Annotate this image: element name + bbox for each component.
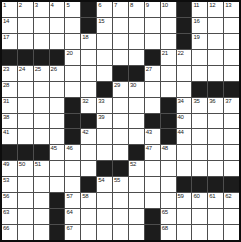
white-cell-r13c3[interactable] [34,193,49,208]
clue-number-13: 13 [225,2,231,9]
white-cell-r14c5[interactable]: 64 [65,209,80,224]
black-cell-r12c13 [192,177,207,192]
clue-number-65: 65 [162,209,168,216]
white-cell-r9c4[interactable] [50,129,65,144]
black-cell-r15c4 [50,225,65,240]
black-cell-r6c7 [97,82,112,97]
white-cell-r1c7[interactable]: 6 [97,2,112,17]
clue-number-60: 60 [193,193,199,200]
clue-number-2: 2 [19,2,22,9]
white-cell-r2c2[interactable] [18,18,33,33]
white-cell-r5c6[interactable] [81,66,96,81]
clue-number-34: 34 [178,98,184,105]
white-cell-r6c12[interactable] [177,82,192,97]
white-cell-r2c15[interactable] [224,18,239,33]
white-cell-r9c10[interactable]: 43 [145,129,160,144]
white-cell-r8c13[interactable] [192,114,207,129]
clue-number-44: 44 [178,129,184,136]
black-cell-r6c14 [208,82,223,97]
white-cell-r5c1[interactable]: 23 [2,66,17,81]
black-cell-r2c6 [81,18,96,33]
clue-number-8: 8 [130,2,133,9]
white-cell-r1c11[interactable]: 10 [161,2,176,17]
white-cell-r4c12[interactable]: 22 [177,50,192,65]
white-cell-r15c11[interactable]: 68 [161,225,176,240]
white-cell-r14c14[interactable] [208,209,223,224]
white-cell-r1c1[interactable]: 1 [2,2,17,17]
white-cell-r2c10[interactable] [145,18,160,33]
white-cell-r11c12[interactable] [177,161,192,176]
white-cell-r10c12[interactable] [177,145,192,160]
black-cell-r12c6 [81,177,96,192]
clue-number-28: 28 [3,82,9,89]
white-cell-r7c13[interactable]: 35 [192,98,207,113]
black-cell-r8c11 [161,114,176,129]
white-cell-r7c15[interactable]: 37 [224,98,239,113]
white-cell-r2c5[interactable] [65,18,80,33]
clue-number-22: 22 [178,50,184,57]
clue-number-51: 51 [35,161,41,168]
black-cell-r10c2 [18,145,33,160]
white-cell-r12c9[interactable] [129,177,144,192]
white-cell-r5c13[interactable] [192,66,207,81]
crossword-grid: 1234567891011121314151617181920212223242… [0,0,241,242]
white-cell-r12c5[interactable] [65,177,80,192]
white-cell-r13c13[interactable]: 60 [192,193,207,208]
white-cell-r9c15[interactable] [224,129,239,144]
white-cell-r8c1[interactable]: 38 [2,114,17,129]
white-cell-r13c9[interactable] [129,193,144,208]
clue-number-41: 41 [3,129,9,136]
white-cell-r9c13[interactable] [192,129,207,144]
white-cell-r14c15[interactable] [224,209,239,224]
white-cell-r13c8[interactable] [113,193,128,208]
clue-number-61: 61 [209,193,215,200]
white-cell-r9c9[interactable] [129,129,144,144]
black-cell-r10c1 [2,145,17,160]
clue-number-6: 6 [98,2,101,9]
black-cell-r11c7 [97,161,112,176]
white-cell-r15c7[interactable] [97,225,112,240]
black-cell-r1c12 [177,2,192,17]
black-cell-r15c10 [145,225,160,240]
clue-number-21: 21 [162,50,168,57]
white-cell-r7c1[interactable]: 31 [2,98,17,113]
clue-number-43: 43 [146,129,152,136]
white-cell-r15c8[interactable] [113,225,128,240]
white-cell-r7c12[interactable]: 34 [177,98,192,113]
white-cell-r2c4[interactable] [50,18,65,33]
white-cell-r2c13[interactable]: 16 [192,18,207,33]
white-cell-r15c1[interactable]: 66 [2,225,17,240]
white-cell-r5c5[interactable] [65,66,80,81]
black-cell-r9c11 [161,129,176,144]
white-cell-r6c9[interactable]: 30 [129,82,144,97]
black-cell-r4c3 [34,50,49,65]
clue-number-52: 52 [130,161,136,168]
white-cell-r15c13[interactable] [192,225,207,240]
black-cell-r5c8 [113,66,128,81]
white-cell-r13c6[interactable]: 58 [81,193,96,208]
white-cell-r15c12[interactable] [177,225,192,240]
white-cell-r11c15[interactable] [224,161,239,176]
black-cell-r10c9 [129,145,144,160]
clue-number-40: 40 [178,114,184,121]
white-cell-r11c11[interactable] [161,161,176,176]
white-cell-r10c15[interactable] [224,145,239,160]
clue-number-10: 10 [162,2,168,9]
clue-number-25: 25 [35,66,41,73]
white-cell-r15c14[interactable] [208,225,223,240]
black-cell-r12c12 [177,177,192,192]
white-cell-r2c14[interactable] [208,18,223,33]
white-cell-r1c13[interactable]: 11 [192,2,207,17]
white-cell-r2c9[interactable] [129,18,144,33]
white-cell-r10c6[interactable] [81,145,96,160]
white-cell-r11c10[interactable] [145,161,160,176]
clue-number-24: 24 [19,66,25,73]
white-cell-r11c2[interactable]: 50 [18,161,33,176]
clue-number-18: 18 [82,34,88,41]
white-cell-r14c6[interactable] [81,209,96,224]
clue-number-31: 31 [3,98,9,105]
white-cell-r5c3[interactable]: 25 [34,66,49,81]
white-cell-r5c15[interactable] [224,66,239,81]
white-cell-r1c8[interactable]: 7 [113,2,128,17]
white-cell-r10c7[interactable] [97,145,112,160]
black-cell-r12c15 [224,177,239,192]
white-cell-r13c14[interactable]: 61 [208,193,223,208]
clue-number-33: 33 [98,98,104,105]
white-cell-r4c13[interactable] [192,50,207,65]
clue-number-32: 32 [82,98,88,105]
white-cell-r9c6[interactable]: 42 [81,129,96,144]
clue-number-15: 15 [98,18,104,25]
clue-number-57: 57 [66,193,72,200]
white-cell-r3c10[interactable] [145,34,160,49]
clue-number-59: 59 [178,193,184,200]
white-cell-r15c2[interactable] [18,225,33,240]
black-cell-r14c10 [145,209,160,224]
white-cell-r3c13[interactable]: 19 [192,34,207,49]
white-cell-r13c7[interactable] [97,193,112,208]
white-cell-r6c11[interactable] [161,82,176,97]
white-cell-r5c11[interactable] [161,66,176,81]
white-cell-r2c1[interactable]: 14 [2,18,17,33]
white-cell-r9c1[interactable]: 41 [2,129,17,144]
white-cell-r12c1[interactable]: 53 [2,177,17,192]
white-cell-r15c5[interactable]: 67 [65,225,80,240]
white-cell-r13c12[interactable]: 59 [177,193,192,208]
white-cell-r9c14[interactable] [208,129,223,144]
clue-number-27: 27 [146,66,152,73]
clue-number-55: 55 [114,177,120,184]
black-cell-r8c5 [65,114,80,129]
black-cell-r14c4 [50,209,65,224]
white-cell-r3c3[interactable] [34,34,49,49]
clue-number-53: 53 [3,177,9,184]
black-cell-r4c10 [145,50,160,65]
white-cell-r10c13[interactable] [192,145,207,160]
white-cell-r15c9[interactable] [129,225,144,240]
white-cell-r1c4[interactable]: 4 [50,2,65,17]
white-cell-r5c7[interactable] [97,66,112,81]
white-cell-r6c3[interactable] [34,82,49,97]
white-cell-r12c2[interactable] [18,177,33,192]
clue-number-48: 48 [162,145,168,152]
white-cell-r2c11[interactable] [161,18,176,33]
clue-number-50: 50 [19,161,25,168]
white-cell-r12c8[interactable]: 55 [113,177,128,192]
white-cell-r6c1[interactable]: 28 [2,82,17,97]
white-cell-r7c6[interactable]: 32 [81,98,96,113]
black-cell-r4c1 [2,50,17,65]
clue-number-62: 62 [225,193,231,200]
white-cell-r3c7[interactable] [97,34,112,49]
clue-number-46: 46 [66,145,72,152]
white-cell-r5c4[interactable]: 26 [50,66,65,81]
white-cell-r2c3[interactable] [34,18,49,33]
white-cell-r9c2[interactable] [18,129,33,144]
clue-number-38: 38 [3,114,9,121]
white-cell-r8c4[interactable] [50,114,65,129]
white-cell-r13c2[interactable] [18,193,33,208]
white-cell-r10c4[interactable]: 45 [50,145,65,160]
clue-number-16: 16 [193,18,199,25]
white-cell-r4c9[interactable] [129,50,144,65]
clue-number-37: 37 [225,98,231,105]
clue-number-68: 68 [162,225,168,232]
clue-number-4: 4 [51,2,54,9]
black-cell-r12c14 [208,177,223,192]
white-cell-r9c3[interactable] [34,129,49,144]
clue-number-45: 45 [51,145,57,152]
white-cell-r7c7[interactable]: 33 [97,98,112,113]
white-cell-r11c9[interactable]: 52 [129,161,144,176]
white-cell-r10c10[interactable]: 47 [145,145,160,160]
white-cell-r6c8[interactable]: 29 [113,82,128,97]
white-cell-r1c10[interactable]: 9 [145,2,160,17]
white-cell-r13c1[interactable]: 56 [2,193,17,208]
clue-number-14: 14 [3,18,9,25]
white-cell-r1c15[interactable]: 13 [224,2,239,17]
white-cell-r11c14[interactable] [208,161,223,176]
white-cell-r1c3[interactable]: 3 [34,2,49,17]
black-cell-r2c12 [177,18,192,33]
white-cell-r7c3[interactable] [34,98,49,113]
clue-number-58: 58 [82,193,88,200]
white-cell-r12c7[interactable]: 54 [97,177,112,192]
white-cell-r7c8[interactable] [113,98,128,113]
white-cell-r5c10[interactable]: 27 [145,66,160,81]
clue-number-23: 23 [3,66,9,73]
black-cell-r5c9 [129,66,144,81]
white-cell-r3c4[interactable] [50,34,65,49]
clue-number-66: 66 [3,225,9,232]
white-cell-r4c15[interactable] [224,50,239,65]
white-cell-r8c12[interactable]: 40 [177,114,192,129]
white-cell-r14c12[interactable] [177,209,192,224]
white-cell-r4c14[interactable] [208,50,223,65]
white-cell-r13c15[interactable]: 62 [224,193,239,208]
white-cell-r7c14[interactable]: 36 [208,98,223,113]
clue-number-17: 17 [3,34,9,41]
white-cell-r11c5[interactable] [65,161,80,176]
white-cell-r10c8[interactable] [113,145,128,160]
clue-number-67: 67 [66,225,72,232]
white-cell-r9c12[interactable]: 44 [177,129,192,144]
clue-number-30: 30 [130,82,136,89]
white-cell-r2c7[interactable]: 15 [97,18,112,33]
white-cell-r15c15[interactable] [224,225,239,240]
white-cell-r12c10[interactable] [145,177,160,192]
white-cell-r11c6[interactable] [81,161,96,176]
clue-number-39: 39 [98,114,104,121]
white-cell-r6c4[interactable] [50,82,65,97]
black-cell-r7c5 [65,98,80,113]
white-cell-r5c12[interactable] [177,66,192,81]
white-cell-r4c8[interactable] [113,50,128,65]
white-cell-r9c7[interactable] [97,129,112,144]
clue-number-5: 5 [66,2,69,9]
white-cell-r13c11[interactable] [161,193,176,208]
white-cell-r6c5[interactable] [65,82,80,97]
white-cell-r8c7[interactable]: 39 [97,114,112,129]
clue-number-3: 3 [35,2,38,9]
white-cell-r14c8[interactable] [113,209,128,224]
white-cell-r3c2[interactable] [18,34,33,49]
clue-number-19: 19 [193,34,199,41]
white-cell-r10c11[interactable]: 48 [161,145,176,160]
black-cell-r9c5 [65,129,80,144]
white-cell-r14c7[interactable] [97,209,112,224]
white-cell-r14c11[interactable]: 65 [161,209,176,224]
white-cell-r5c14[interactable] [208,66,223,81]
white-cell-r8c14[interactable] [208,114,223,129]
white-cell-r1c14[interactable]: 12 [208,2,223,17]
black-cell-r4c2 [18,50,33,65]
white-cell-r7c10[interactable] [145,98,160,113]
white-cell-r11c4[interactable] [50,161,65,176]
clue-number-64: 64 [66,209,72,216]
white-cell-r10c14[interactable] [208,145,223,160]
white-cell-r12c3[interactable] [34,177,49,192]
white-cell-r6c10[interactable] [145,82,160,97]
clue-number-35: 35 [193,98,199,105]
clue-number-9: 9 [146,2,149,9]
white-cell-r13c5[interactable]: 57 [65,193,80,208]
white-cell-r4c7[interactable] [97,50,112,65]
white-cell-r3c6[interactable]: 18 [81,34,96,49]
white-cell-r4c6[interactable] [81,50,96,65]
white-cell-r4c5[interactable]: 20 [65,50,80,65]
white-cell-r11c3[interactable]: 51 [34,161,49,176]
white-cell-r2c8[interactable] [113,18,128,33]
white-cell-r14c2[interactable] [18,209,33,224]
white-cell-r8c3[interactable] [34,114,49,129]
white-cell-r3c8[interactable] [113,34,128,49]
black-cell-r4c4 [50,50,65,65]
white-cell-r14c13[interactable] [192,209,207,224]
clue-number-47: 47 [146,145,152,152]
white-cell-r15c6[interactable] [81,225,96,240]
white-cell-r13c10[interactable] [145,193,160,208]
black-cell-r6c15 [224,82,239,97]
white-cell-r8c8[interactable] [113,114,128,129]
black-cell-r1c6 [81,2,96,17]
white-cell-r14c9[interactable] [129,209,144,224]
white-cell-r9c8[interactable] [113,129,128,144]
white-cell-r1c9[interactable]: 8 [129,2,144,17]
black-cell-r10c3 [34,145,49,160]
white-cell-r11c1[interactable]: 49 [2,161,17,176]
white-cell-r1c5[interactable]: 5 [65,2,80,17]
white-cell-r7c2[interactable] [18,98,33,113]
white-cell-r10c5[interactable]: 46 [65,145,80,160]
white-cell-r8c15[interactable] [224,114,239,129]
white-cell-r4c11[interactable]: 21 [161,50,176,65]
white-cell-r1c2[interactable]: 2 [18,2,33,17]
clue-number-49: 49 [3,161,9,168]
black-cell-r13c4 [50,193,65,208]
white-cell-r7c9[interactable] [129,98,144,113]
black-cell-r7c11 [161,98,176,113]
white-cell-r3c15[interactable] [224,34,239,49]
black-cell-r6c13 [192,82,207,97]
black-cell-r8c10 [145,114,160,129]
clue-number-7: 7 [114,2,117,9]
clue-number-42: 42 [82,129,88,136]
white-cell-r14c3[interactable] [34,209,49,224]
clue-number-56: 56 [3,193,9,200]
white-cell-r8c2[interactable] [18,114,33,129]
white-cell-r5c2[interactable]: 24 [18,66,33,81]
white-cell-r3c11[interactable] [161,34,176,49]
clue-number-26: 26 [51,66,57,73]
clue-number-54: 54 [98,177,104,184]
clue-number-63: 63 [3,209,9,216]
black-cell-r8c6 [81,114,96,129]
clue-number-29: 29 [114,82,120,89]
white-cell-r6c2[interactable] [18,82,33,97]
clue-number-20: 20 [66,50,72,57]
white-cell-r14c1[interactable]: 63 [2,209,17,224]
black-cell-r11c8 [113,161,128,176]
white-cell-r11c13[interactable] [192,161,207,176]
white-cell-r7c4[interactable] [50,98,65,113]
clue-number-1: 1 [3,2,6,9]
white-cell-r12c11[interactable] [161,177,176,192]
white-cell-r3c5[interactable] [65,34,80,49]
clue-number-36: 36 [209,98,215,105]
clue-number-11: 11 [193,2,199,9]
white-cell-r6c6[interactable] [81,82,96,97]
black-cell-r3c12 [177,34,192,49]
white-cell-r3c14[interactable] [208,34,223,49]
white-cell-r15c3[interactable] [34,225,49,240]
white-cell-r3c9[interactable] [129,34,144,49]
white-cell-r3c1[interactable]: 17 [2,34,17,49]
clue-number-12: 12 [209,2,215,9]
white-cell-r12c4[interactable] [50,177,65,192]
white-cell-r8c9[interactable] [129,114,144,129]
